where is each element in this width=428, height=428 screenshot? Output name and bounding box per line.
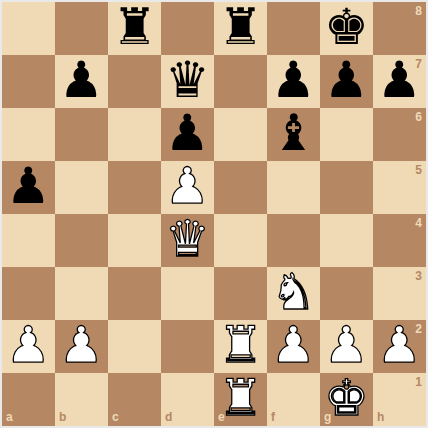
square-d4[interactable]: ♛: [161, 214, 214, 267]
piece-black-pawn[interactable]: ♟: [165, 107, 210, 160]
square-e3[interactable]: [214, 267, 267, 320]
square-b3[interactable]: [55, 267, 108, 320]
piece-white-rook[interactable]: ♜: [218, 319, 263, 372]
piece-white-knight[interactable]: ♞: [271, 266, 316, 319]
file-label-f: f: [271, 411, 275, 423]
piece-black-pawn[interactable]: ♟: [377, 54, 422, 107]
rank-label-1: 1: [415, 376, 422, 388]
piece-black-queen[interactable]: ♛: [165, 54, 210, 107]
piece-white-pawn[interactable]: ♟: [271, 319, 316, 372]
square-h5[interactable]: 5: [373, 161, 426, 214]
square-g5[interactable]: [320, 161, 373, 214]
piece-white-queen[interactable]: ♛: [165, 213, 210, 266]
square-b2[interactable]: ♟: [55, 320, 108, 373]
square-e2[interactable]: ♜: [214, 320, 267, 373]
chess-board: ♜♜♚8♟♛♟♟♟7♟♝6♟♟5♛4♞3♟♟♜♟♟♟2abcd♜ef♚g1h: [2, 2, 426, 426]
square-e1[interactable]: ♜e: [214, 373, 267, 426]
square-e8[interactable]: ♜: [214, 2, 267, 55]
square-f2[interactable]: ♟: [267, 320, 320, 373]
piece-black-pawn[interactable]: ♟: [59, 54, 104, 107]
square-f4[interactable]: [267, 214, 320, 267]
square-a5[interactable]: ♟: [2, 161, 55, 214]
square-g7[interactable]: ♟: [320, 55, 373, 108]
square-f3[interactable]: ♞: [267, 267, 320, 320]
file-label-c: c: [112, 411, 119, 423]
square-g3[interactable]: [320, 267, 373, 320]
square-c3[interactable]: [108, 267, 161, 320]
piece-white-pawn[interactable]: ♟: [59, 319, 104, 372]
square-d3[interactable]: [161, 267, 214, 320]
square-h3[interactable]: 3: [373, 267, 426, 320]
square-c8[interactable]: ♜: [108, 2, 161, 55]
square-f8[interactable]: [267, 2, 320, 55]
piece-white-pawn[interactable]: ♟: [165, 160, 210, 213]
square-c1[interactable]: c: [108, 373, 161, 426]
square-a6[interactable]: [2, 108, 55, 161]
piece-black-pawn[interactable]: ♟: [6, 160, 51, 213]
piece-black-rook[interactable]: ♜: [112, 1, 157, 54]
square-e6[interactable]: [214, 108, 267, 161]
square-g1[interactable]: ♚g: [320, 373, 373, 426]
square-d7[interactable]: ♛: [161, 55, 214, 108]
rank-label-3: 3: [415, 270, 422, 282]
square-f1[interactable]: f: [267, 373, 320, 426]
square-h8[interactable]: 8: [373, 2, 426, 55]
square-a1[interactable]: a: [2, 373, 55, 426]
square-a8[interactable]: [2, 2, 55, 55]
square-g6[interactable]: [320, 108, 373, 161]
square-e5[interactable]: [214, 161, 267, 214]
square-d2[interactable]: [161, 320, 214, 373]
square-a3[interactable]: [2, 267, 55, 320]
piece-white-pawn[interactable]: ♟: [324, 319, 369, 372]
square-e7[interactable]: [214, 55, 267, 108]
square-d1[interactable]: d: [161, 373, 214, 426]
square-c6[interactable]: [108, 108, 161, 161]
square-b8[interactable]: [55, 2, 108, 55]
piece-black-bishop[interactable]: ♝: [271, 107, 316, 160]
piece-white-pawn[interactable]: ♟: [6, 319, 51, 372]
square-c2[interactable]: [108, 320, 161, 373]
square-h2[interactable]: ♟2: [373, 320, 426, 373]
square-h4[interactable]: 4: [373, 214, 426, 267]
rank-label-6: 6: [415, 111, 422, 123]
piece-black-pawn[interactable]: ♟: [271, 54, 316, 107]
piece-white-king[interactable]: ♚: [324, 372, 369, 425]
square-a7[interactable]: [2, 55, 55, 108]
square-b1[interactable]: b: [55, 373, 108, 426]
square-h1[interactable]: 1h: [373, 373, 426, 426]
square-f7[interactable]: ♟: [267, 55, 320, 108]
square-g4[interactable]: [320, 214, 373, 267]
square-b7[interactable]: ♟: [55, 55, 108, 108]
rank-label-5: 5: [415, 164, 422, 176]
piece-black-king[interactable]: ♚: [324, 1, 369, 54]
piece-black-pawn[interactable]: ♟: [324, 54, 369, 107]
square-h7[interactable]: ♟7: [373, 55, 426, 108]
square-c7[interactable]: [108, 55, 161, 108]
square-d6[interactable]: ♟: [161, 108, 214, 161]
piece-white-rook[interactable]: ♜: [218, 372, 263, 425]
piece-black-rook[interactable]: ♜: [218, 1, 263, 54]
rank-label-8: 8: [415, 5, 422, 17]
square-b4[interactable]: [55, 214, 108, 267]
rank-label-4: 4: [415, 217, 422, 229]
file-label-h: h: [377, 411, 384, 423]
square-d8[interactable]: [161, 2, 214, 55]
square-a4[interactable]: [2, 214, 55, 267]
piece-white-pawn[interactable]: ♟: [377, 319, 422, 372]
file-label-d: d: [165, 411, 172, 423]
square-g8[interactable]: ♚: [320, 2, 373, 55]
square-g2[interactable]: ♟: [320, 320, 373, 373]
file-label-a: a: [6, 411, 13, 423]
square-f5[interactable]: [267, 161, 320, 214]
square-d5[interactable]: ♟: [161, 161, 214, 214]
square-b6[interactable]: [55, 108, 108, 161]
square-e4[interactable]: [214, 214, 267, 267]
square-c5[interactable]: [108, 161, 161, 214]
square-c4[interactable]: [108, 214, 161, 267]
square-f6[interactable]: ♝: [267, 108, 320, 161]
board-frame: ♜♜♚8♟♛♟♟♟7♟♝6♟♟5♛4♞3♟♟♜♟♟♟2abcd♜ef♚g1h: [0, 0, 428, 428]
square-b5[interactable]: [55, 161, 108, 214]
file-label-b: b: [59, 411, 66, 423]
square-h6[interactable]: 6: [373, 108, 426, 161]
square-a2[interactable]: ♟: [2, 320, 55, 373]
